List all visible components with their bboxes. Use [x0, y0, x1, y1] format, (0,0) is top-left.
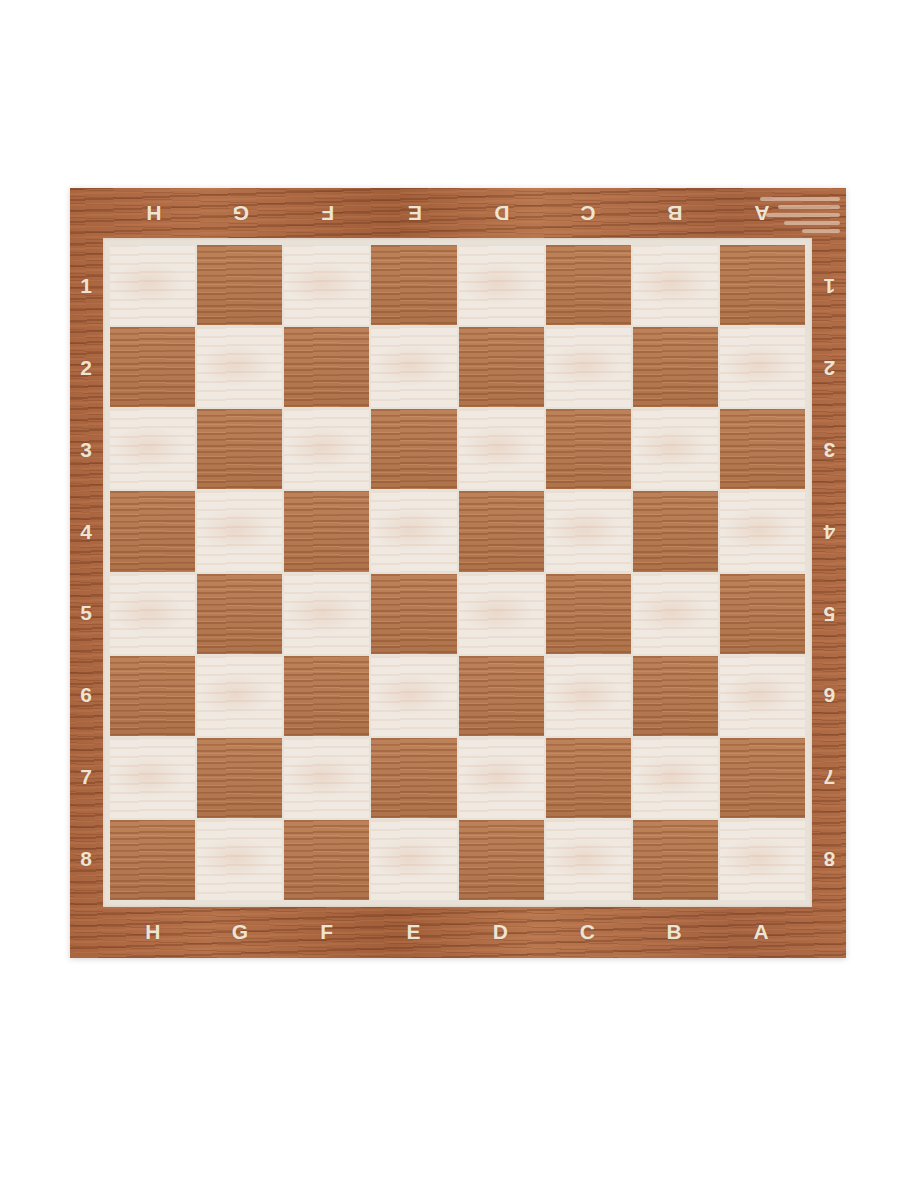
square-f5 [284, 574, 369, 654]
square-e5 [371, 574, 456, 654]
square-h8 [110, 820, 195, 900]
coord-label-A: A [718, 907, 805, 957]
square-f6 [284, 656, 369, 736]
playing-field [103, 238, 812, 907]
square-g3 [197, 409, 282, 489]
square-c1 [546, 245, 631, 325]
coord-label-C: C [544, 188, 631, 238]
square-d3 [459, 409, 544, 489]
coord-label-3: 3 [70, 409, 103, 491]
coord-label-3: 3 [812, 409, 846, 491]
coord-label-1: 1 [70, 245, 103, 327]
file-labels-top: HGFEDCBA [110, 188, 805, 238]
chessboard: HGFEDCBA HGFEDCBA 12345678 12345678 [70, 188, 846, 958]
square-c3 [546, 409, 631, 489]
squares-grid [110, 245, 805, 900]
square-g6 [197, 656, 282, 736]
square-g4 [197, 491, 282, 571]
coord-label-F: F [284, 188, 371, 238]
square-b1 [633, 245, 718, 325]
square-b7 [633, 738, 718, 818]
square-c2 [546, 327, 631, 407]
square-f4 [284, 491, 369, 571]
coord-label-G: G [197, 907, 284, 957]
square-f3 [284, 409, 369, 489]
square-b5 [633, 574, 718, 654]
coord-label-7: 7 [70, 736, 103, 818]
square-c4 [546, 491, 631, 571]
square-a1 [720, 245, 805, 325]
square-e7 [371, 738, 456, 818]
square-c6 [546, 656, 631, 736]
square-b4 [633, 491, 718, 571]
square-a5 [720, 574, 805, 654]
square-f8 [284, 820, 369, 900]
square-f1 [284, 245, 369, 325]
coord-label-D: D [458, 907, 545, 957]
square-g8 [197, 820, 282, 900]
coord-label-5: 5 [70, 573, 103, 655]
coord-label-D: D [458, 188, 545, 238]
square-h7 [110, 738, 195, 818]
coord-label-E: E [371, 188, 458, 238]
square-d2 [459, 327, 544, 407]
square-d5 [459, 574, 544, 654]
coord-label-H: H [110, 907, 197, 957]
rank-labels-left: 12345678 [70, 245, 103, 900]
manufacturer-stamp [748, 197, 840, 233]
square-h3 [110, 409, 195, 489]
square-e8 [371, 820, 456, 900]
square-a3 [720, 409, 805, 489]
product-photo-background: HGFEDCBA HGFEDCBA 12345678 12345678 [0, 0, 900, 1200]
rank-labels-right: 12345678 [812, 245, 846, 900]
square-a7 [720, 738, 805, 818]
coord-label-1: 1 [812, 245, 846, 327]
square-h4 [110, 491, 195, 571]
coord-label-B: B [631, 188, 718, 238]
coord-label-6: 6 [70, 654, 103, 736]
coord-label-4: 4 [70, 491, 103, 573]
square-a6 [720, 656, 805, 736]
coord-label-5: 5 [812, 573, 846, 655]
square-a2 [720, 327, 805, 407]
coord-label-F: F [284, 907, 371, 957]
coord-label-7: 7 [812, 736, 846, 818]
square-g7 [197, 738, 282, 818]
coord-label-8: 8 [812, 818, 846, 900]
square-g5 [197, 574, 282, 654]
square-e4 [371, 491, 456, 571]
square-f2 [284, 327, 369, 407]
coord-label-B: B [631, 907, 718, 957]
square-g2 [197, 327, 282, 407]
square-e1 [371, 245, 456, 325]
square-c8 [546, 820, 631, 900]
square-b8 [633, 820, 718, 900]
square-f7 [284, 738, 369, 818]
square-h6 [110, 656, 195, 736]
coord-label-2: 2 [812, 327, 846, 409]
coord-label-6: 6 [812, 654, 846, 736]
square-b3 [633, 409, 718, 489]
square-h2 [110, 327, 195, 407]
square-d8 [459, 820, 544, 900]
coord-label-C: C [544, 907, 631, 957]
file-labels-bottom: HGFEDCBA [110, 907, 805, 957]
square-d7 [459, 738, 544, 818]
square-c7 [546, 738, 631, 818]
coord-label-G: G [197, 188, 284, 238]
square-c5 [546, 574, 631, 654]
square-b2 [633, 327, 718, 407]
square-d1 [459, 245, 544, 325]
square-a4 [720, 491, 805, 571]
coord-label-H: H [110, 188, 197, 238]
square-h1 [110, 245, 195, 325]
coord-label-E: E [371, 907, 458, 957]
coord-label-2: 2 [70, 327, 103, 409]
square-d6 [459, 656, 544, 736]
coord-label-8: 8 [70, 818, 103, 900]
square-b6 [633, 656, 718, 736]
square-h5 [110, 574, 195, 654]
square-e6 [371, 656, 456, 736]
square-e2 [371, 327, 456, 407]
square-e3 [371, 409, 456, 489]
square-d4 [459, 491, 544, 571]
square-g1 [197, 245, 282, 325]
coord-label-4: 4 [812, 491, 846, 573]
square-a8 [720, 820, 805, 900]
